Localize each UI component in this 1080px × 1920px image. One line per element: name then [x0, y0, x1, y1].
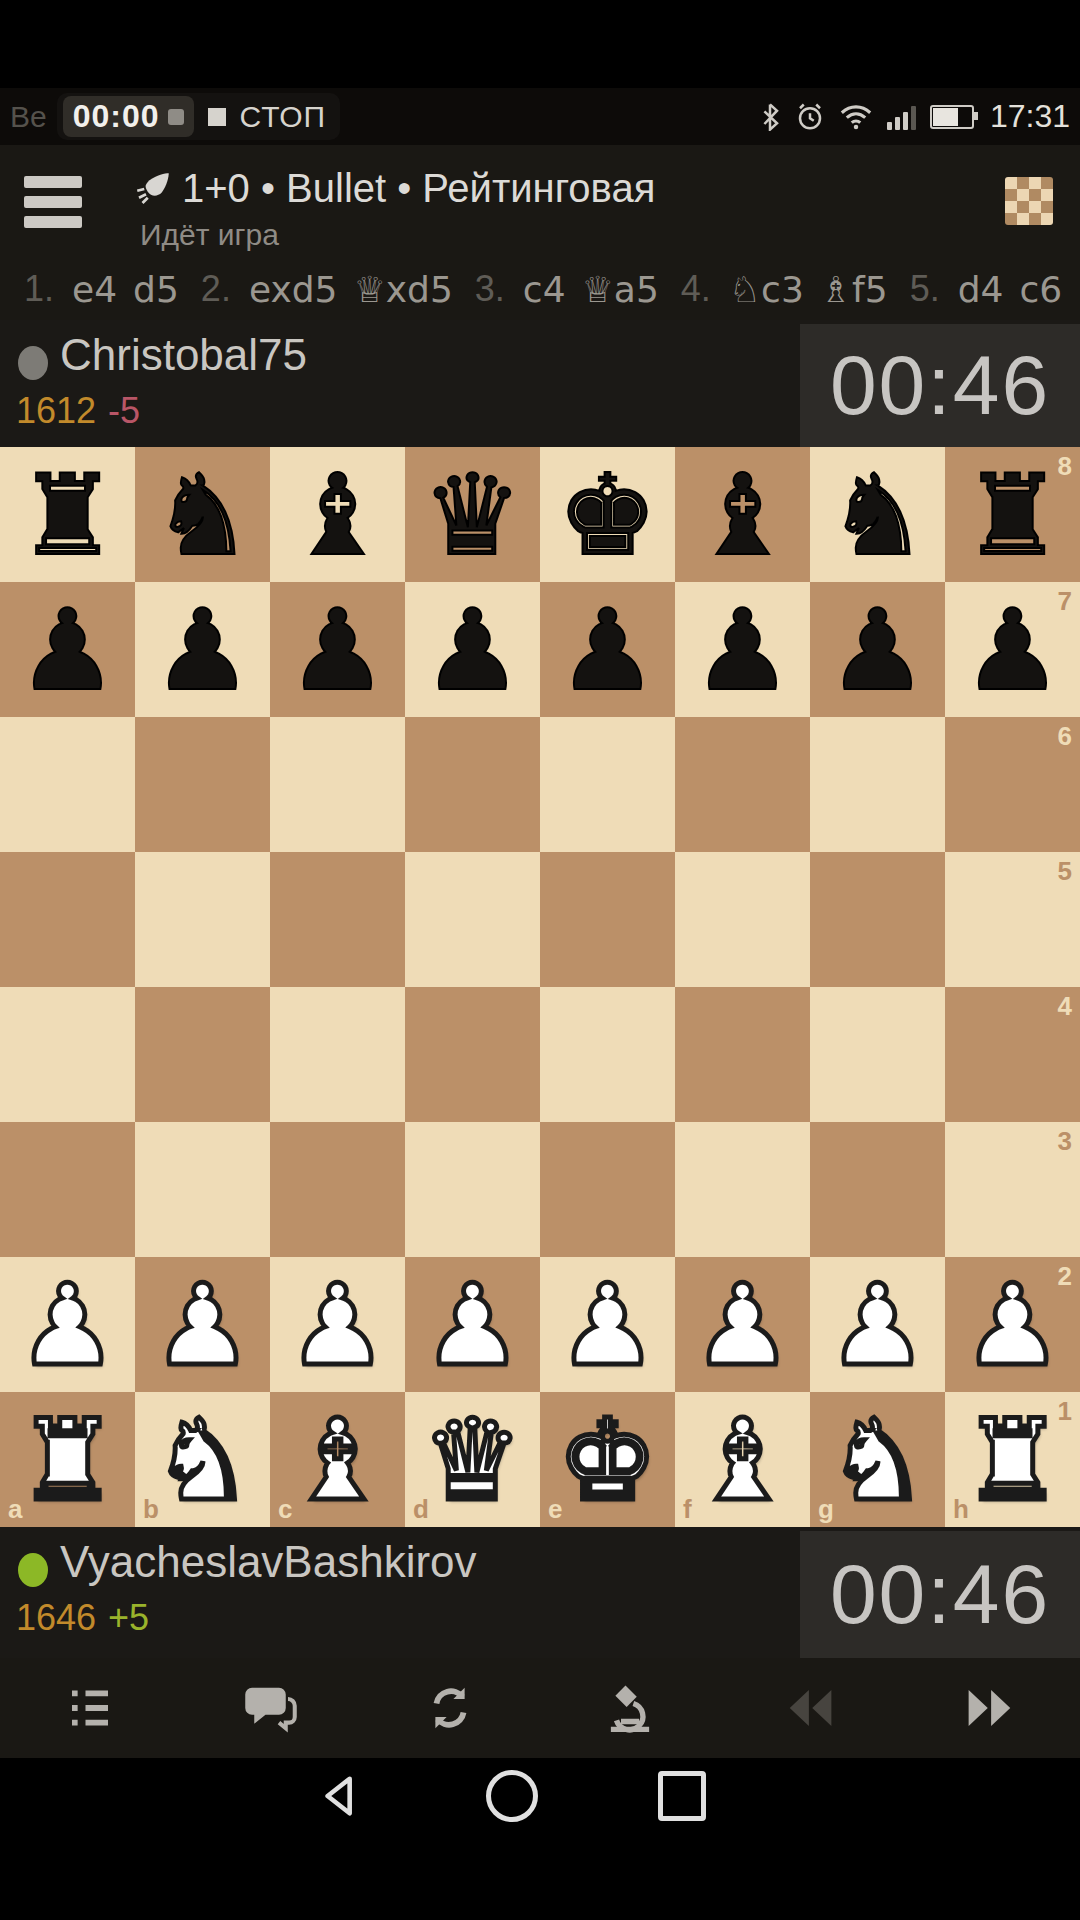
square-f6[interactable]: [675, 717, 810, 852]
rank-label: 7: [1058, 586, 1072, 617]
move-token[interactable]: ♕a5: [582, 269, 659, 310]
square-f8[interactable]: ♝: [675, 447, 810, 582]
square-e2[interactable]: ♟: [540, 1257, 675, 1392]
move-list[interactable]: 1.e4d52.exd5♕xd53.c4♕a54.♘c3♗f55.d4c66.♗…: [0, 258, 1080, 320]
move-token[interactable]: d5: [133, 269, 179, 310]
square-a4[interactable]: [0, 987, 135, 1122]
back-icon[interactable]: [312, 1766, 372, 1826]
home-icon[interactable]: [482, 1766, 542, 1826]
player-color-dot-white: [18, 1553, 48, 1587]
rating-diff: -5: [108, 390, 140, 431]
black-rook: ♜: [17, 459, 117, 571]
square-a3[interactable]: [0, 1122, 135, 1257]
stop-label[interactable]: СТОП: [240, 100, 327, 134]
square-a5[interactable]: [0, 852, 135, 987]
screen-recorder-overlay: 00:00 СТОП: [57, 93, 340, 140]
square-a6[interactable]: [0, 717, 135, 852]
white-pawn: ♟: [422, 1269, 522, 1381]
rank-label: 5: [1058, 856, 1072, 887]
square-e5[interactable]: [540, 852, 675, 987]
square-h1[interactable]: ♜1h: [945, 1392, 1080, 1527]
square-c2[interactable]: ♟: [270, 1257, 405, 1392]
file-label: b: [143, 1494, 159, 1525]
move-token[interactable]: ♗f5: [820, 269, 888, 310]
rating-value: 1646: [16, 1597, 96, 1638]
square-c5[interactable]: [270, 852, 405, 987]
black-bishop: ♝: [287, 459, 387, 571]
black-pawn: ♟: [692, 594, 792, 706]
square-c7[interactable]: ♟: [270, 582, 405, 717]
square-h2[interactable]: ♟2: [945, 1257, 1080, 1392]
square-g7[interactable]: ♟: [810, 582, 945, 717]
square-h5[interactable]: 5: [945, 852, 1080, 987]
player-strip-black: Christobal75 1612-5 00:46: [0, 320, 1080, 447]
move-token[interactable]: e4: [72, 269, 117, 310]
move-token[interactable]: c6: [1019, 269, 1062, 310]
move-token[interactable]: d4: [958, 269, 1004, 310]
file-label: f: [683, 1494, 692, 1525]
black-rook: ♜: [962, 459, 1062, 571]
black-bishop: ♝: [692, 459, 792, 571]
move-token[interactable]: exd5: [249, 269, 338, 310]
black-pawn: ♟: [962, 594, 1062, 706]
status-bar: Ве 00:00 СТОП 17:31: [0, 88, 1080, 145]
square-g2[interactable]: ♟: [810, 1257, 945, 1392]
white-pawn: ♟: [17, 1269, 117, 1381]
square-c3[interactable]: [270, 1122, 405, 1257]
black-knight: ♞: [152, 459, 252, 571]
chess-board[interactable]: ♜♞♝♛♚♝♞♜8♟♟♟♟♟♟♟♟76543♟♟♟♟♟♟♟♟2♜a♞b♝c♛d♚…: [0, 447, 1080, 1527]
square-c1[interactable]: ♝c: [270, 1392, 405, 1527]
bluetooth-icon: [759, 103, 781, 131]
square-e3[interactable]: [540, 1122, 675, 1257]
app-hint-text: Ве: [10, 100, 47, 134]
square-g8[interactable]: ♞: [810, 447, 945, 582]
player-rating-white: 1646+5: [16, 1597, 149, 1639]
game-title: 1+0 • Bullet • Рейтинговая: [182, 166, 655, 211]
square-d7[interactable]: ♟: [405, 582, 540, 717]
square-f5[interactable]: [675, 852, 810, 987]
square-b8[interactable]: ♞: [135, 447, 270, 582]
black-pawn: ♟: [422, 594, 522, 706]
chat-icon[interactable]: [180, 1658, 360, 1758]
move-number: 4.: [681, 268, 711, 310]
clock-black: 00:46: [800, 324, 1080, 447]
black-king: ♚: [557, 459, 657, 571]
square-c4[interactable]: [270, 987, 405, 1122]
square-g6[interactable]: [810, 717, 945, 852]
square-b1[interactable]: ♞b: [135, 1392, 270, 1527]
android-nav-bar: [0, 1758, 1080, 1890]
signal-strength-icon: [887, 104, 916, 130]
square-f7[interactable]: ♟: [675, 582, 810, 717]
square-b2[interactable]: ♟: [135, 1257, 270, 1392]
white-pawn: ♟: [152, 1269, 252, 1381]
white-pawn: ♟: [287, 1269, 387, 1381]
move-token[interactable]: ♕xd5: [353, 269, 452, 310]
recorder-mini-icon: [168, 109, 184, 125]
black-pawn: ♟: [557, 594, 657, 706]
square-a7[interactable]: ♟: [0, 582, 135, 717]
square-a8[interactable]: ♜: [0, 447, 135, 582]
square-f2[interactable]: ♟: [675, 1257, 810, 1392]
black-queen: ♛: [422, 459, 522, 571]
move-token[interactable]: ♘c3: [729, 269, 804, 310]
white-rook: ♜: [962, 1404, 1062, 1516]
square-h3[interactable]: 3: [945, 1122, 1080, 1257]
system-time: 17:31: [990, 98, 1070, 135]
player-name-black[interactable]: Christobal75: [60, 330, 307, 380]
screen: Ве 00:00 СТОП 17:31: [0, 0, 1080, 1920]
square-d1[interactable]: ♛d: [405, 1392, 540, 1527]
wifi-icon: [839, 103, 873, 131]
rematch-cycle-icon[interactable]: [360, 1658, 540, 1758]
square-a1[interactable]: ♜a: [0, 1392, 135, 1527]
square-d4[interactable]: [405, 987, 540, 1122]
rank-label: 3: [1058, 1126, 1072, 1157]
black-pawn: ♟: [287, 594, 387, 706]
square-b7[interactable]: ♟: [135, 582, 270, 717]
square-g4[interactable]: [810, 987, 945, 1122]
move-list-icon[interactable]: [0, 1658, 180, 1758]
square-e4[interactable]: [540, 987, 675, 1122]
white-rook: ♜: [17, 1404, 117, 1516]
move-number: 3.: [475, 268, 505, 310]
square-d5[interactable]: [405, 852, 540, 987]
rank-label: 2: [1058, 1261, 1072, 1292]
rank-label: 1: [1058, 1396, 1072, 1427]
white-queen: ♛: [422, 1404, 522, 1516]
player-name-white[interactable]: VyacheslavBashkirov: [60, 1537, 477, 1587]
game-toolbar: [0, 1658, 1080, 1758]
move-number: 2.: [201, 268, 231, 310]
file-label: e: [548, 1494, 562, 1525]
white-pawn: ♟: [962, 1269, 1062, 1381]
clock-white-time: 00:46: [830, 1546, 1050, 1643]
square-f4[interactable]: [675, 987, 810, 1122]
white-bishop: ♝: [692, 1404, 792, 1516]
square-f1[interactable]: ♝f: [675, 1392, 810, 1527]
square-b4[interactable]: [135, 987, 270, 1122]
fast-forward-icon[interactable]: [900, 1658, 1080, 1758]
square-b3[interactable]: [135, 1122, 270, 1257]
square-f3[interactable]: [675, 1122, 810, 1257]
white-bishop: ♝: [287, 1404, 387, 1516]
square-e1[interactable]: ♚e: [540, 1392, 675, 1527]
recorder-time: 00:00: [73, 98, 160, 135]
white-pawn: ♟: [557, 1269, 657, 1381]
alarm-icon: [795, 102, 825, 132]
square-h6[interactable]: 6: [945, 717, 1080, 852]
square-g5[interactable]: [810, 852, 945, 987]
white-knight: ♞: [827, 1404, 927, 1516]
rank-label: 8: [1058, 451, 1072, 482]
recorder-time-pill: 00:00: [63, 96, 194, 137]
rating-diff: +5: [108, 1597, 149, 1638]
file-label: a: [8, 1494, 22, 1525]
file-label: g: [818, 1494, 834, 1525]
file-label: c: [278, 1494, 292, 1525]
move-number: 5.: [910, 268, 940, 310]
game-status-text: Идёт игра: [140, 218, 279, 252]
clock-white: 00:46: [800, 1531, 1080, 1658]
square-c8[interactable]: ♝: [270, 447, 405, 582]
mini-board-icon[interactable]: [1005, 177, 1053, 225]
black-pawn: ♟: [152, 594, 252, 706]
battery-icon: [930, 105, 974, 129]
file-label: d: [413, 1494, 429, 1525]
square-a2[interactable]: ♟: [0, 1257, 135, 1392]
move-token[interactable]: c4: [523, 269, 566, 310]
hamburger-icon[interactable]: [24, 176, 82, 228]
square-e8[interactable]: ♚: [540, 447, 675, 582]
square-g1[interactable]: ♞g: [810, 1392, 945, 1527]
black-pawn: ♟: [827, 594, 927, 706]
square-h4[interactable]: 4: [945, 987, 1080, 1122]
player-strip-white: VyacheslavBashkirov 1646+5 00:46: [0, 1527, 1080, 1658]
square-d6[interactable]: [405, 717, 540, 852]
rewind-icon[interactable]: [720, 1658, 900, 1758]
analysis-microscope-icon[interactable]: [540, 1658, 720, 1758]
square-d8[interactable]: ♛: [405, 447, 540, 582]
square-d2[interactable]: ♟: [405, 1257, 540, 1392]
square-b5[interactable]: [135, 852, 270, 987]
bullet-speed-icon: [132, 168, 174, 210]
white-pawn: ♟: [692, 1269, 792, 1381]
player-rating-black: 1612-5: [16, 390, 140, 432]
square-c6[interactable]: [270, 717, 405, 852]
rank-label: 6: [1058, 721, 1072, 752]
move-number: 1.: [24, 268, 54, 310]
recents-icon[interactable]: [652, 1766, 712, 1826]
square-h8[interactable]: ♜8: [945, 447, 1080, 582]
file-label: h: [953, 1494, 969, 1525]
player-color-dot-black: [18, 346, 48, 380]
white-king: ♚: [557, 1404, 657, 1516]
rating-value: 1612: [16, 390, 96, 431]
square-d3[interactable]: [405, 1122, 540, 1257]
square-g3[interactable]: [810, 1122, 945, 1257]
square-e7[interactable]: ♟: [540, 582, 675, 717]
square-h7[interactable]: ♟7: [945, 582, 1080, 717]
white-pawn: ♟: [827, 1269, 927, 1381]
black-knight: ♞: [827, 459, 927, 571]
black-pawn: ♟: [17, 594, 117, 706]
white-knight: ♞: [152, 1404, 252, 1516]
square-b6[interactable]: [135, 717, 270, 852]
rank-label: 4: [1058, 991, 1072, 1022]
stop-icon[interactable]: [208, 108, 226, 126]
square-e6[interactable]: [540, 717, 675, 852]
clock-black-time: 00:46: [830, 337, 1050, 434]
